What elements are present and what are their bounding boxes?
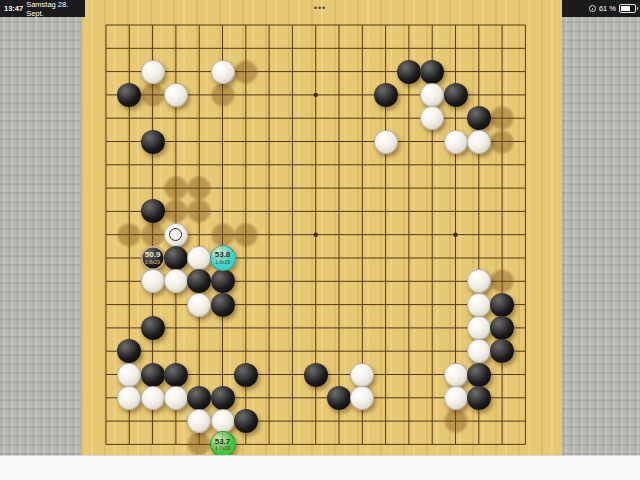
- ghost-stone: [443, 408, 469, 434]
- ghost-stone: [186, 175, 212, 201]
- battery-percent-text: 61 %: [599, 4, 616, 13]
- black-stone: [490, 339, 514, 363]
- black-stone: [117, 83, 141, 107]
- black-stone: [444, 83, 468, 107]
- candidate-move[interactable]: 53.71.7x29: [210, 431, 236, 457]
- white-stone: [467, 130, 491, 154]
- left-curtain-panel: [0, 0, 81, 455]
- ghost-stone: [163, 175, 189, 201]
- ghost-stone: [233, 222, 259, 248]
- black-stone: [234, 363, 258, 387]
- white-stone: [164, 83, 188, 107]
- white-stone: [467, 269, 491, 293]
- white-stone: [211, 409, 235, 433]
- multitask-dots[interactable]: •••: [301, 3, 339, 13]
- white-stone: [141, 269, 165, 293]
- black-stone: [141, 316, 165, 340]
- statusbar-right: 61 %: [562, 0, 640, 17]
- black-stone: [397, 60, 421, 84]
- last-move-stone-winrate: 50.90.8x29: [141, 246, 165, 270]
- app-screen: 50.90.8x2953.81.8x2953.71.7x29 ••• 13:47…: [0, 0, 640, 480]
- white-stone: [211, 60, 235, 84]
- white-stone: [467, 339, 491, 363]
- black-stone: [467, 363, 491, 387]
- white-stone: [187, 409, 211, 433]
- black-stone: [141, 130, 165, 154]
- white-stone: [444, 130, 468, 154]
- circle-marker: [169, 228, 182, 241]
- white-stone: [141, 60, 165, 84]
- white-stone: [350, 386, 374, 410]
- white-stone: [374, 130, 398, 154]
- black-stone: [211, 386, 235, 410]
- black-stone: [374, 83, 398, 107]
- clock-text: 13:47: [4, 4, 23, 13]
- ghost-stone: [140, 222, 166, 248]
- ghost-stone: [210, 82, 236, 108]
- white-stone: [467, 316, 491, 340]
- white-stone: [350, 363, 374, 387]
- black-stone: [234, 409, 258, 433]
- white-stone: [187, 293, 211, 317]
- date-text: Samstag 28. Sept.: [26, 0, 85, 18]
- black-stone: [117, 339, 141, 363]
- white-stone: [420, 83, 444, 107]
- black-stone: [420, 60, 444, 84]
- black-stone: [141, 199, 165, 223]
- ghost-stone: [163, 198, 189, 224]
- white-stone: [444, 363, 468, 387]
- black-stone: [490, 316, 514, 340]
- black-stone: [327, 386, 351, 410]
- ghost-stone: [210, 222, 236, 248]
- ghost-stone: [186, 198, 212, 224]
- battery-icon: [619, 4, 636, 13]
- black-stone: [187, 386, 211, 410]
- ghost-stone: [116, 222, 142, 248]
- ghost-stone: [489, 105, 515, 131]
- white-stone: [467, 293, 491, 317]
- go-board[interactable]: 50.90.8x2953.81.8x2953.71.7x29: [81, 0, 562, 455]
- white-stone: [141, 386, 165, 410]
- white-stone: [117, 363, 141, 387]
- white-stone: [187, 246, 211, 270]
- stones-layer: 50.90.8x2953.81.8x2953.71.7x29: [81, 0, 562, 455]
- white-stone: [164, 269, 188, 293]
- black-stone: [141, 363, 165, 387]
- white-stone: [117, 386, 141, 410]
- ghost-stone: [140, 82, 166, 108]
- black-stone: [467, 106, 491, 130]
- black-stone: [211, 293, 235, 317]
- orientation-lock-icon: [589, 5, 596, 12]
- ghost-stone: [233, 59, 259, 85]
- black-stone: [490, 293, 514, 317]
- black-stone: [211, 269, 235, 293]
- black-stone: [467, 386, 491, 410]
- black-stone: [304, 363, 328, 387]
- black-stone: [187, 269, 211, 293]
- white-stone: [420, 106, 444, 130]
- ghost-stone: [186, 431, 212, 457]
- white-stone: [164, 223, 188, 247]
- ghost-stone: [489, 129, 515, 155]
- bottom-toolbar: ⚓ ◀ ▶ ✕: [0, 455, 640, 480]
- candidate-move[interactable]: 53.81.8x29: [210, 245, 236, 271]
- black-stone: [164, 246, 188, 270]
- right-curtain-panel: [562, 0, 640, 455]
- white-stone: [444, 386, 468, 410]
- black-stone: [164, 363, 188, 387]
- statusbar-left: 13:47 Samstag 28. Sept.: [0, 0, 85, 17]
- white-stone: [164, 386, 188, 410]
- ghost-stone: [489, 268, 515, 294]
